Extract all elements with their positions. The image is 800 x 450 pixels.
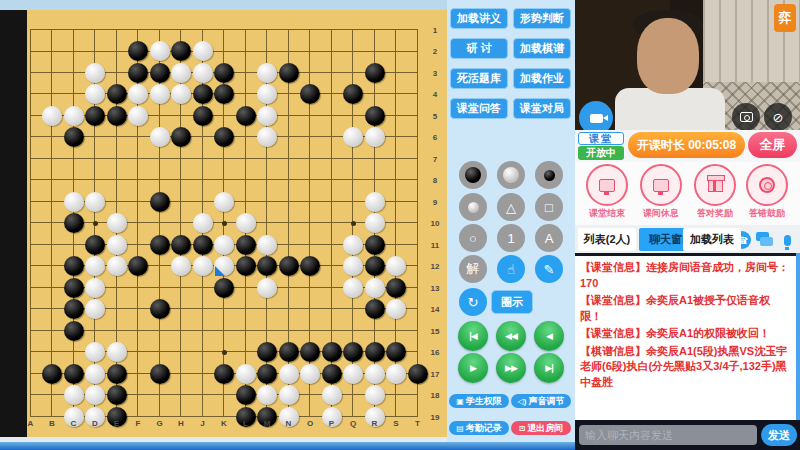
black-stone[interactable]: [150, 235, 170, 255]
white-stone[interactable]: [85, 192, 105, 212]
column-label: B: [45, 419, 59, 428]
menu-button[interactable]: 课堂对局: [513, 98, 571, 119]
black-stone[interactable]: [107, 84, 127, 104]
tabs-row: ☎ 列表(2人)聊天窗口加载列表: [575, 225, 800, 253]
column-label: M: [260, 419, 274, 428]
mic-muted-icon: ⊘: [773, 110, 784, 125]
chat-message: 【课堂信息】余奕辰A1的权限被收回！: [580, 326, 792, 342]
black-stone[interactable]: [343, 84, 363, 104]
column-label: S: [389, 419, 403, 428]
microphone-icon[interactable]: [778, 231, 796, 249]
white-stone[interactable]: [193, 63, 213, 83]
black-stone[interactable]: [128, 41, 148, 61]
monitor-icon: [599, 179, 615, 192]
paint-tool[interactable]: ✎: [535, 255, 563, 283]
snapshot-button[interactable]: [732, 103, 760, 130]
black-stone[interactable]: [279, 63, 299, 83]
black-stone[interactable]: [64, 127, 84, 147]
black-stone[interactable]: [214, 364, 234, 384]
white-stone[interactable]: [107, 213, 127, 233]
teacher-video: ⊘ 弈: [575, 0, 800, 130]
black-stone[interactable]: [386, 342, 406, 362]
fullscreen-button[interactable]: 全屏: [748, 132, 797, 158]
white-stone-tool[interactable]: [497, 161, 525, 189]
row-label: 9: [427, 198, 443, 207]
tab-load-list[interactable]: 加载列表: [683, 228, 741, 251]
video-camera-icon: [590, 114, 603, 123]
row-label: 19: [427, 413, 443, 422]
white-stone[interactable]: [386, 256, 406, 276]
black-stone[interactable]: [64, 364, 84, 384]
monitor-icon: [653, 179, 669, 192]
black-stone[interactable]: [150, 299, 170, 319]
white-stone[interactable]: [365, 278, 385, 298]
circle-demo-button[interactable]: 圈示: [491, 290, 533, 314]
black-stone[interactable]: [64, 256, 84, 276]
action-label: 答错鼓励: [742, 207, 792, 220]
teacher-shirt: [615, 88, 725, 130]
black-stone[interactable]: [214, 278, 234, 298]
white-stone[interactable]: [85, 385, 105, 405]
black-stone[interactable]: [257, 342, 277, 362]
black-stone[interactable]: [150, 192, 170, 212]
black-stone[interactable]: [322, 364, 342, 384]
left-sidebar: [0, 10, 27, 437]
black-stone[interactable]: [365, 299, 385, 319]
go-classroom-app: ABCDEFGHJKLMNOPQRST123456789101112131415…: [0, 0, 800, 450]
white-stone[interactable]: [257, 235, 277, 255]
black-stone[interactable]: [193, 235, 213, 255]
star-point: [351, 221, 356, 226]
action-circle: [586, 164, 628, 206]
white-stone[interactable]: [257, 63, 277, 83]
menu-button[interactable]: 加载讲义: [450, 8, 508, 29]
black-stone[interactable]: [365, 106, 385, 126]
column-label: A: [24, 419, 38, 428]
black-stone[interactable]: [150, 63, 170, 83]
black-stone[interactable]: [128, 63, 148, 83]
white-stone[interactable]: [150, 41, 170, 61]
bottom-strip-blue: [0, 442, 575, 450]
chat-input[interactable]: [579, 425, 757, 445]
black-stone[interactable]: [236, 106, 256, 126]
app-logo: 弈: [774, 4, 796, 32]
white-stone[interactable]: [85, 299, 105, 319]
white-stone[interactable]: [64, 385, 84, 405]
white-stone[interactable]: [214, 235, 234, 255]
black-stone[interactable]: [343, 342, 363, 362]
open-status-badge: 开放中: [578, 146, 624, 160]
action-circle: [746, 164, 788, 206]
mic-shape: [784, 235, 791, 246]
white-stone[interactable]: [193, 41, 213, 61]
camera-icon: [740, 112, 753, 122]
white-stone[interactable]: [85, 63, 105, 83]
chat-message-area: 【课堂信息】连接房间语音成功，房间号：170【课堂信息】余奕辰A1被授予仅语音权…: [575, 253, 800, 420]
menu-button[interactable]: 死活题库: [450, 68, 508, 89]
black-stone[interactable]: [107, 106, 127, 126]
black-stone[interactable]: [171, 235, 191, 255]
attendance-button[interactable]: ▤考勤记录: [449, 421, 509, 435]
white-stone[interactable]: [343, 278, 363, 298]
row-label: 12: [427, 262, 443, 271]
exit-room-button[interactable]: ⊡退出房间: [511, 421, 571, 435]
row-label: 14: [427, 305, 443, 314]
black-stone[interactable]: [150, 364, 170, 384]
square-mark-tool[interactable]: □: [535, 193, 563, 221]
menu-button[interactable]: 研 讨: [450, 38, 508, 59]
black-stone[interactable]: [214, 84, 234, 104]
black-stone[interactable]: [64, 299, 84, 319]
menu-button[interactable]: 加载棋谱: [513, 38, 571, 59]
black-stone[interactable]: [64, 213, 84, 233]
column-label: D: [88, 419, 102, 428]
small-black-stone-icon: [544, 170, 555, 181]
alt-black-stone-tool[interactable]: [535, 161, 563, 189]
white-stone[interactable]: [257, 84, 277, 104]
black-stone[interactable]: [171, 127, 191, 147]
black-stone[interactable]: [322, 342, 342, 362]
white-stone[interactable]: [236, 213, 256, 233]
chat-message: 【课堂信息】连接房间语音成功，房间号：170: [580, 260, 792, 291]
column-label: H: [174, 419, 188, 428]
black-stone[interactable]: [214, 127, 234, 147]
row-label: 3: [427, 69, 443, 78]
black-stone[interactable]: [365, 256, 385, 276]
black-stone[interactable]: [85, 235, 105, 255]
black-stone[interactable]: [300, 342, 320, 362]
row-label: 18: [427, 391, 443, 400]
white-stone[interactable]: [85, 84, 105, 104]
black-stone[interactable]: [300, 84, 320, 104]
mute-button[interactable]: ⊘: [764, 103, 792, 130]
rewind-button[interactable]: ◀◀: [496, 321, 526, 351]
white-stone[interactable]: [343, 364, 363, 384]
black-stone[interactable]: [214, 63, 234, 83]
tab-member-list[interactable]: 列表(2人): [578, 228, 636, 251]
white-stone[interactable]: [214, 256, 234, 276]
column-label: E: [110, 419, 124, 428]
black-stone[interactable]: [408, 364, 428, 384]
black-stone-tool[interactable]: [459, 161, 487, 189]
solve-tool[interactable]: 解: [459, 255, 487, 283]
white-stone[interactable]: [365, 364, 385, 384]
circle-mark-tool[interactable]: ○: [459, 224, 487, 252]
white-stone[interactable]: [257, 385, 277, 405]
column-label: G: [153, 419, 167, 428]
class-break-button[interactable]: 课间休息: [636, 164, 686, 220]
white-stone[interactable]: [343, 256, 363, 276]
white-stone[interactable]: [365, 127, 385, 147]
actions-row: 课堂结束课间休息答对奖励答错鼓励: [575, 162, 800, 225]
video-camera-button[interactable]: [579, 101, 613, 130]
black-stone[interactable]: [85, 106, 105, 126]
black-stone[interactable]: [279, 342, 299, 362]
black-stone[interactable]: [193, 84, 213, 104]
class-duration: 开课时长 00:05:08: [628, 132, 745, 158]
action-circle: [640, 164, 682, 206]
menu-button[interactable]: 课堂问答: [450, 98, 508, 119]
white-stone[interactable]: [193, 213, 213, 233]
speaker-icon: ◁): [518, 397, 527, 406]
row-label: 7: [427, 155, 443, 164]
black-stone[interactable]: [257, 256, 277, 276]
small-white-stone-icon: [468, 202, 479, 213]
duration-label: 开课时长: [637, 138, 685, 152]
skip-end-button[interactable]: ▶|: [534, 353, 564, 383]
white-stone[interactable]: [257, 278, 277, 298]
white-stone[interactable]: [257, 106, 277, 126]
black-stone[interactable]: [257, 364, 277, 384]
black-stone[interactable]: [300, 256, 320, 276]
menu-button[interactable]: 形势判断: [513, 8, 571, 29]
white-stone[interactable]: [386, 364, 406, 384]
sound-adjust-button[interactable]: ◁)声音调节: [511, 394, 571, 408]
column-label: O: [303, 419, 317, 428]
white-stone[interactable]: [107, 256, 127, 276]
class-end-button[interactable]: 课堂结束: [582, 164, 632, 220]
column-label: P: [325, 419, 339, 428]
row-label: 6: [427, 133, 443, 142]
teacher-face: [637, 18, 699, 94]
black-stone[interactable]: [365, 235, 385, 255]
control-panel: 加载讲义形势判断研 讨加载棋谱死活题库加载作业课堂问答课堂对局 △□○1A解☝✎…: [447, 0, 575, 442]
top-strip: [0, 0, 447, 10]
menu-button[interactable]: 加载作业: [513, 68, 571, 89]
column-label: N: [282, 419, 296, 428]
star-point: [93, 221, 98, 226]
attendance-icon: ▤: [456, 424, 464, 433]
white-stone[interactable]: [300, 364, 320, 384]
column-label: K: [217, 419, 231, 428]
action-circle: [694, 164, 736, 206]
gift-icon: [708, 179, 723, 192]
black-stone[interactable]: [107, 364, 127, 384]
status-row: 课堂 开放中 开课时长 00:05:08 全屏: [575, 130, 800, 162]
white-stone[interactable]: [279, 385, 299, 405]
white-stone[interactable]: [365, 213, 385, 233]
class-badge: 课堂: [578, 132, 624, 145]
row-label: 10: [427, 219, 443, 228]
row-label: 2: [427, 47, 443, 56]
white-stone[interactable]: [107, 235, 127, 255]
white-stone[interactable]: [214, 192, 234, 212]
column-label: J: [196, 419, 210, 428]
white-stone[interactable]: [257, 127, 277, 147]
white-stone[interactable]: [42, 106, 62, 126]
black-stone[interactable]: [236, 385, 256, 405]
white-stone[interactable]: [236, 364, 256, 384]
number-mark-tool[interactable]: 1: [497, 224, 525, 252]
white-stone[interactable]: [128, 106, 148, 126]
student-permission-button[interactable]: ▣学生权限: [449, 394, 509, 408]
white-stone[interactable]: [85, 364, 105, 384]
letter-mark-tool[interactable]: A: [535, 224, 563, 252]
black-stone[interactable]: [42, 364, 62, 384]
action-label: 课间休息: [636, 207, 686, 220]
play-button[interactable]: ▶: [458, 353, 488, 383]
last-move-marker: [215, 266, 225, 276]
row-label: 4: [427, 90, 443, 99]
correct-reward-button[interactable]: 答对奖励: [690, 164, 740, 220]
send-button[interactable]: 发送: [761, 424, 797, 446]
exit-icon: ⊡: [519, 424, 526, 433]
go-board[interactable]: ABCDEFGHJKLMNOPQRST123456789101112131415…: [27, 10, 447, 437]
row-label: 16: [427, 348, 443, 357]
white-stone[interactable]: [365, 192, 385, 212]
white-stone[interactable]: [343, 235, 363, 255]
white-stone[interactable]: [64, 192, 84, 212]
black-stone[interactable]: [171, 41, 191, 61]
black-stone[interactable]: [236, 256, 256, 276]
star-point: [222, 350, 227, 355]
wrong-encourage-button[interactable]: 答错鼓励: [742, 164, 792, 220]
black-stone[interactable]: [128, 256, 148, 276]
chat-message: 【棋谱信息】余奕辰A1(5段)执黑VS沈玉宇老师(6段)执白(分先黑贴3又3/4…: [580, 344, 792, 391]
black-stone[interactable]: [386, 278, 406, 298]
refresh-tool[interactable]: ↻: [459, 288, 487, 316]
step-back-button[interactable]: ◀: [534, 321, 564, 351]
alt-white-stone-tool[interactable]: [459, 193, 487, 221]
white-stone[interactable]: [64, 106, 84, 126]
chat-message: 【课堂信息】余奕辰A1被授予仅语音权限！: [580, 293, 792, 324]
black-stone[interactable]: [193, 106, 213, 126]
chat-scrollbar[interactable]: [796, 253, 800, 420]
row-label: 17: [427, 370, 443, 379]
row-label: 13: [427, 284, 443, 293]
black-stone-icon: [465, 167, 481, 183]
black-stone[interactable]: [279, 256, 299, 276]
triangle-mark-tool[interactable]: △: [497, 193, 525, 221]
white-stone[interactable]: [150, 127, 170, 147]
white-stone[interactable]: [85, 256, 105, 276]
white-stone[interactable]: [107, 342, 127, 362]
white-stone[interactable]: [128, 84, 148, 104]
star-point: [222, 221, 227, 226]
permission-icon: ▣: [456, 397, 464, 406]
skip-start-button[interactable]: |◀: [458, 321, 488, 351]
medal-icon: [759, 177, 775, 193]
white-stone[interactable]: [343, 127, 363, 147]
chat-bubbles-icon[interactable]: [755, 231, 773, 249]
black-stone[interactable]: [107, 385, 127, 405]
column-label: C: [67, 419, 81, 428]
column-label: R: [368, 419, 382, 428]
black-stone[interactable]: [236, 235, 256, 255]
black-stone[interactable]: [365, 63, 385, 83]
white-stone[interactable]: [85, 278, 105, 298]
black-stone[interactable]: [64, 278, 84, 298]
right-panel: ⊘ 弈 课堂 开放中 开课时长 00:05:08 全屏 课堂结束课间休息答对奖励…: [575, 0, 800, 450]
column-label: F: [131, 419, 145, 428]
white-stone[interactable]: [365, 385, 385, 405]
bubble-front: [760, 237, 773, 246]
action-label: 课堂结束: [582, 207, 632, 220]
black-stone[interactable]: [64, 321, 84, 341]
white-stone[interactable]: [193, 256, 213, 276]
fast-forward-button[interactable]: ▶▶: [496, 353, 526, 383]
white-stone[interactable]: [386, 299, 406, 319]
white-stone[interactable]: [150, 84, 170, 104]
duration-time: 00:05:08: [688, 138, 736, 152]
white-stone[interactable]: [85, 342, 105, 362]
white-stone-icon: [503, 167, 519, 183]
white-stone[interactable]: [171, 256, 191, 276]
white-stone[interactable]: [279, 364, 299, 384]
action-label: 答对奖励: [690, 207, 740, 220]
column-label: T: [411, 419, 425, 428]
column-label: Q: [346, 419, 360, 428]
column-label: L: [239, 419, 253, 428]
chat-input-bar: 发送: [575, 420, 800, 450]
black-stone[interactable]: [365, 342, 385, 362]
row-label: 5: [427, 112, 443, 121]
row-label: 15: [427, 327, 443, 336]
row-label: 8: [427, 176, 443, 185]
white-stone[interactable]: [171, 84, 191, 104]
row-label: 1: [427, 26, 443, 35]
white-stone[interactable]: [171, 63, 191, 83]
row-label: 11: [427, 241, 443, 250]
pointer-tool[interactable]: ☝: [497, 255, 525, 283]
white-stone[interactable]: [322, 385, 342, 405]
